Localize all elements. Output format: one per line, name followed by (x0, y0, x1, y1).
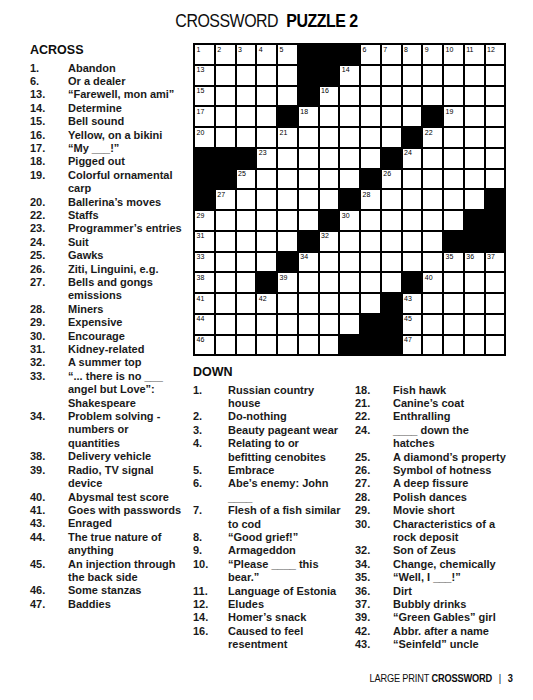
white-cell[interactable] (339, 272, 360, 293)
white-cell[interactable] (236, 272, 257, 293)
white-cell[interactable] (422, 335, 443, 356)
clue-text: Staffs (68, 209, 198, 222)
white-cell[interactable]: 18 (298, 106, 319, 127)
down-clue-29: 29.Movie short (355, 504, 521, 517)
white-cell[interactable] (215, 252, 236, 273)
across-clue-22: 22.Staffs (30, 209, 200, 222)
down-clue-35: 35.“Well, I ___!” (355, 571, 521, 584)
cell-number: 26 (383, 170, 391, 178)
white-cell[interactable] (298, 210, 319, 231)
white-cell[interactable] (339, 293, 360, 314)
white-cell[interactable] (422, 169, 443, 190)
white-cell[interactable] (319, 314, 340, 335)
white-cell[interactable] (422, 293, 443, 314)
cell-number: 2 (217, 46, 221, 54)
white-cell[interactable] (277, 65, 298, 86)
cell-number: 30 (342, 212, 350, 220)
white-cell[interactable] (236, 86, 257, 107)
clue-number: 16. (30, 129, 68, 142)
clue-text: Embrace (228, 464, 355, 477)
cell-number: 33 (197, 253, 205, 261)
down-section: DOWN 1.Russian country house2.Do-nothing… (193, 366, 523, 652)
white-cell[interactable] (443, 314, 464, 335)
white-cell[interactable] (402, 189, 423, 210)
down-clue-34: 34.Change, chemically (355, 558, 521, 571)
white-cell[interactable] (277, 314, 298, 335)
black-cell (339, 335, 360, 356)
white-cell[interactable]: 6 (360, 44, 381, 65)
clue-number: 25. (30, 249, 68, 262)
white-cell[interactable] (360, 148, 381, 169)
white-cell[interactable] (402, 65, 423, 86)
white-cell[interactable] (339, 106, 360, 127)
white-cell[interactable] (215, 231, 236, 252)
black-cell (443, 231, 464, 252)
across-clue-13: 13.“Farewell, mon ami” (30, 88, 200, 101)
white-cell[interactable] (381, 210, 402, 231)
white-cell[interactable]: 8 (402, 44, 423, 65)
down-clue-1: 1.Russian country house (193, 384, 355, 411)
white-cell[interactable] (236, 189, 257, 210)
white-cell[interactable]: 31 (194, 231, 215, 252)
clue-text: Determine (68, 102, 198, 115)
cell-number: 9 (425, 46, 429, 54)
white-cell[interactable]: 9 (422, 44, 443, 65)
clue-text: “Farewell, mon ami” (68, 88, 198, 101)
white-cell[interactable] (381, 231, 402, 252)
white-cell[interactable]: 45 (402, 314, 423, 335)
white-cell[interactable] (256, 252, 277, 273)
white-cell[interactable] (319, 335, 340, 356)
white-cell[interactable] (464, 335, 485, 356)
down-clue-21: 21.Canine’s coat (355, 397, 521, 410)
across-clue-24: 24.Suit (30, 236, 200, 249)
white-cell[interactable] (443, 335, 464, 356)
white-cell[interactable] (485, 65, 506, 86)
cell-number: 32 (321, 232, 329, 240)
white-cell[interactable] (443, 210, 464, 231)
white-cell[interactable] (464, 65, 485, 86)
white-cell[interactable]: 17 (194, 106, 215, 127)
white-cell[interactable] (215, 127, 236, 148)
white-cell[interactable] (422, 148, 443, 169)
down-clue-14: 14.Homer’s snack (193, 611, 355, 624)
white-cell[interactable] (422, 65, 443, 86)
white-cell[interactable]: 29 (194, 210, 215, 231)
clue-number: 36. (355, 585, 393, 598)
white-cell[interactable] (277, 86, 298, 107)
white-cell[interactable]: 24 (402, 148, 423, 169)
white-cell[interactable] (381, 252, 402, 273)
white-cell[interactable]: 34 (298, 252, 319, 273)
white-cell[interactable]: 44 (194, 314, 215, 335)
white-cell[interactable] (236, 314, 257, 335)
clue-number: 33. (30, 370, 68, 410)
white-cell[interactable] (236, 106, 257, 127)
white-cell[interactable] (319, 272, 340, 293)
down-clue-30: 30.Characteristics of a rock deposit (355, 518, 521, 545)
white-cell[interactable]: 39 (277, 272, 298, 293)
white-cell[interactable] (256, 231, 277, 252)
white-cell[interactable]: 11 (464, 44, 485, 65)
white-cell[interactable] (360, 293, 381, 314)
white-cell[interactable] (485, 106, 506, 127)
clue-number: 7. (193, 504, 228, 531)
cell-number: 39 (280, 274, 288, 282)
page-footer: LARGE PRINT CROSSWORD | 3 (370, 672, 513, 684)
white-cell[interactable] (236, 335, 257, 356)
white-cell[interactable] (256, 106, 277, 127)
white-cell[interactable] (236, 65, 257, 86)
black-cell (464, 210, 485, 231)
clue-number: 18. (355, 384, 393, 397)
white-cell[interactable] (339, 314, 360, 335)
cell-number: 35 (446, 253, 454, 261)
clue-number: 15. (30, 115, 68, 128)
clue-number: 2. (193, 410, 228, 423)
white-cell[interactable]: 4 (256, 44, 277, 65)
white-cell[interactable] (319, 189, 340, 210)
white-cell[interactable] (339, 252, 360, 273)
white-cell[interactable] (422, 252, 443, 273)
white-cell[interactable] (277, 189, 298, 210)
white-cell[interactable] (339, 127, 360, 148)
black-cell (277, 106, 298, 127)
white-cell[interactable] (360, 210, 381, 231)
across-header: ACROSS (30, 44, 200, 57)
across-section: ACROSS 1.Abandon6.Or a dealer13.“Farewel… (30, 44, 200, 611)
clue-text: Flesh of a fish similar to cod (228, 504, 355, 531)
white-cell[interactable]: 13 (194, 65, 215, 86)
black-cell (319, 210, 340, 231)
across-clue-1: 1.Abandon (30, 62, 200, 75)
clue-text: Abbr. after a name (393, 625, 519, 638)
clue-text: Gawks (68, 249, 198, 262)
clue-text: Pigged out (68, 155, 198, 168)
white-cell[interactable] (319, 169, 340, 190)
white-cell[interactable] (360, 272, 381, 293)
white-cell[interactable] (277, 231, 298, 252)
white-cell[interactable] (236, 127, 257, 148)
white-cell[interactable] (381, 272, 402, 293)
white-cell[interactable] (402, 106, 423, 127)
down-clue-9: 9.Armageddon (193, 544, 355, 557)
white-cell[interactable]: 35 (443, 252, 464, 273)
white-cell[interactable] (298, 272, 319, 293)
footer-title: CROSSWORD (432, 672, 493, 684)
white-cell[interactable] (485, 86, 506, 107)
white-cell[interactable] (381, 86, 402, 107)
white-cell[interactable]: 7 (381, 44, 402, 65)
white-cell[interactable] (381, 65, 402, 86)
black-cell (422, 106, 443, 127)
white-cell[interactable] (443, 86, 464, 107)
white-cell[interactable] (464, 127, 485, 148)
down-clue-list-left: 1.Russian country house2.Do-nothing3.Bea… (193, 384, 355, 652)
clue-text: Beauty pageant wear (228, 424, 355, 437)
white-cell[interactable] (485, 272, 506, 293)
white-cell[interactable] (443, 169, 464, 190)
white-cell[interactable] (319, 293, 340, 314)
down-clue-4: 4.Relating to or befitting cenobites (193, 437, 355, 464)
down-clue-28: 28.Polish dances (355, 491, 521, 504)
across-clue-26: 26.Ziti, Linguini, e.g. (30, 263, 200, 276)
white-cell[interactable]: 14 (339, 65, 360, 86)
white-cell[interactable] (215, 106, 236, 127)
white-cell[interactable] (402, 169, 423, 190)
white-cell[interactable] (402, 252, 423, 273)
white-cell[interactable] (319, 127, 340, 148)
footer-separator: | (499, 672, 501, 684)
white-cell[interactable] (319, 148, 340, 169)
white-cell[interactable]: 27 (215, 189, 236, 210)
clue-number: 13. (30, 88, 68, 101)
clue-number: 24. (355, 424, 393, 451)
white-cell[interactable] (402, 86, 423, 107)
white-cell[interactable] (298, 169, 319, 190)
white-cell[interactable] (360, 252, 381, 273)
white-cell[interactable] (443, 189, 464, 210)
white-cell[interactable]: 42 (256, 293, 277, 314)
white-cell[interactable] (215, 314, 236, 335)
white-cell[interactable]: 21 (277, 127, 298, 148)
white-cell[interactable] (485, 335, 506, 356)
white-cell[interactable]: 36 (464, 252, 485, 273)
white-cell[interactable] (298, 293, 319, 314)
white-cell[interactable]: 19 (443, 106, 464, 127)
white-cell[interactable] (464, 314, 485, 335)
white-cell[interactable]: 47 (402, 335, 423, 356)
white-cell[interactable]: 20 (194, 127, 215, 148)
white-cell[interactable] (215, 293, 236, 314)
clue-number: 41. (30, 504, 68, 517)
footer-series: LARGE PRINT (370, 672, 430, 684)
white-cell[interactable] (422, 86, 443, 107)
white-cell[interactable] (256, 169, 277, 190)
clue-text: Colorful ornamental carp (68, 169, 198, 196)
black-cell (319, 44, 340, 65)
white-cell[interactable] (402, 210, 423, 231)
clue-text: The true nature of anything (68, 531, 198, 558)
footer-page-number: 3 (508, 672, 513, 684)
cell-number: 44 (197, 315, 205, 323)
white-cell[interactable] (215, 65, 236, 86)
across-clue-38: 38.Delivery vehicle (30, 450, 200, 463)
white-cell[interactable]: 16 (319, 86, 340, 107)
cell-number: 43 (404, 295, 412, 303)
clue-number: 20. (30, 196, 68, 209)
clue-number: 30. (30, 330, 68, 343)
white-cell[interactable] (360, 65, 381, 86)
clue-text: Eludes (228, 598, 355, 611)
black-cell (194, 148, 215, 169)
white-cell[interactable]: 28 (360, 189, 381, 210)
white-cell[interactable]: 25 (236, 169, 257, 190)
white-cell[interactable] (485, 127, 506, 148)
white-cell[interactable] (464, 293, 485, 314)
white-cell[interactable]: 22 (422, 127, 443, 148)
white-cell[interactable] (339, 148, 360, 169)
black-cell (194, 189, 215, 210)
white-cell[interactable] (319, 252, 340, 273)
white-cell[interactable] (422, 210, 443, 231)
white-cell[interactable] (236, 231, 257, 252)
white-cell[interactable] (256, 210, 277, 231)
white-cell[interactable]: 15 (194, 86, 215, 107)
across-clue-20: 20.Ballerina’s moves (30, 196, 200, 209)
white-cell[interactable]: 43 (402, 293, 423, 314)
clue-text: ____ down the hatches (393, 424, 519, 451)
white-cell[interactable] (339, 86, 360, 107)
white-cell[interactable] (236, 252, 257, 273)
white-cell[interactable] (298, 127, 319, 148)
white-cell[interactable] (360, 127, 381, 148)
clue-text: Some stanzas (68, 584, 198, 597)
white-cell[interactable] (381, 106, 402, 127)
white-cell[interactable] (236, 210, 257, 231)
white-cell[interactable]: 26 (381, 169, 402, 190)
white-cell[interactable] (381, 127, 402, 148)
white-cell[interactable]: 3 (236, 44, 257, 65)
white-cell[interactable]: 46 (194, 335, 215, 356)
clue-text: Yellow, on a bikini (68, 129, 198, 142)
down-clue-42: 42.Abbr. after a name (355, 625, 521, 638)
black-cell (236, 148, 257, 169)
white-cell[interactable] (422, 189, 443, 210)
black-cell (360, 169, 381, 190)
white-cell[interactable] (339, 231, 360, 252)
cell-number: 7 (383, 46, 387, 54)
white-cell[interactable] (464, 272, 485, 293)
white-cell[interactable] (256, 314, 277, 335)
clue-text: Canine’s coat (393, 397, 519, 410)
clue-number: 37. (355, 598, 393, 611)
white-cell[interactable] (360, 106, 381, 127)
white-cell[interactable] (215, 210, 236, 231)
white-cell[interactable]: 38 (194, 272, 215, 293)
across-clue-29: 29.Expensive (30, 316, 200, 329)
clue-text: Change, chemically (393, 558, 519, 571)
white-cell[interactable]: 37 (485, 252, 506, 273)
clue-text: Encourage (68, 330, 198, 343)
cell-number: 1 (197, 46, 201, 54)
white-cell[interactable] (298, 148, 319, 169)
black-cell (402, 127, 423, 148)
white-cell[interactable]: 12 (485, 44, 506, 65)
white-cell[interactable] (256, 86, 277, 107)
white-cell[interactable] (256, 127, 277, 148)
white-cell[interactable]: 40 (422, 272, 443, 293)
white-cell[interactable]: 5 (277, 44, 298, 65)
across-clue-14: 14.Determine (30, 102, 200, 115)
white-cell[interactable] (256, 65, 277, 86)
white-cell[interactable] (256, 189, 277, 210)
clue-text: Fish hawk (393, 384, 519, 397)
white-cell[interactable] (277, 210, 298, 231)
white-cell[interactable] (485, 314, 506, 335)
white-cell[interactable] (256, 335, 277, 356)
white-cell[interactable] (298, 335, 319, 356)
clue-text: Symbol of hotness (393, 464, 519, 477)
white-cell[interactable]: 23 (256, 148, 277, 169)
white-cell[interactable] (277, 148, 298, 169)
cell-number: 14 (342, 66, 350, 74)
white-cell[interactable] (319, 106, 340, 127)
white-cell[interactable] (277, 335, 298, 356)
white-cell[interactable] (215, 335, 236, 356)
down-clue-18: 18.Fish hawk (355, 384, 521, 397)
clue-number: 39. (30, 464, 68, 491)
white-cell[interactable] (402, 231, 423, 252)
white-cell[interactable] (443, 293, 464, 314)
across-clue-30: 30.Encourage (30, 330, 200, 343)
white-cell[interactable] (443, 148, 464, 169)
clue-number: 23. (30, 222, 68, 235)
clue-number: 27. (30, 276, 68, 303)
black-cell (319, 65, 340, 86)
white-cell[interactable] (360, 231, 381, 252)
white-cell[interactable] (277, 169, 298, 190)
white-cell[interactable]: 30 (339, 210, 360, 231)
white-cell[interactable]: 33 (194, 252, 215, 273)
down-clue-25: 25.A diamond’s property (355, 451, 521, 464)
down-clue-3: 3.Beauty pageant wear (193, 424, 355, 437)
white-cell[interactable] (485, 148, 506, 169)
white-cell[interactable] (360, 86, 381, 107)
clue-number: 25. (355, 451, 393, 464)
white-cell[interactable]: 10 (443, 44, 464, 65)
white-cell[interactable] (485, 169, 506, 190)
cell-number: 41 (197, 295, 205, 303)
black-cell (360, 335, 381, 356)
white-cell[interactable] (298, 314, 319, 335)
white-cell[interactable] (236, 293, 257, 314)
down-columns: 1.Russian country house2.Do-nothing3.Bea… (193, 384, 523, 652)
white-cell[interactable] (464, 148, 485, 169)
white-cell[interactable]: 32 (319, 231, 340, 252)
white-cell[interactable] (339, 169, 360, 190)
white-cell[interactable] (443, 272, 464, 293)
clue-number: 6. (30, 75, 68, 88)
white-cell[interactable] (381, 189, 402, 210)
white-cell[interactable] (464, 86, 485, 107)
black-cell (360, 314, 381, 335)
white-cell[interactable]: 1 (194, 44, 215, 65)
cell-number: 13 (197, 66, 205, 74)
white-cell[interactable] (422, 231, 443, 252)
white-cell[interactable] (485, 293, 506, 314)
white-cell[interactable] (464, 169, 485, 190)
white-cell[interactable] (277, 293, 298, 314)
black-cell (402, 272, 423, 293)
white-cell[interactable] (464, 189, 485, 210)
white-cell[interactable] (443, 127, 464, 148)
white-cell[interactable]: 2 (215, 44, 236, 65)
clue-text: “Well, I ___!” (393, 571, 519, 584)
across-clue-23: 23.Programmer’s entries (30, 222, 200, 235)
across-clue-41: 41.Goes with passwords (30, 504, 200, 517)
cell-number: 21 (280, 129, 288, 137)
white-cell[interactable] (215, 272, 236, 293)
clue-text: Problem solving - numbers or quantities (68, 410, 198, 450)
down-header: DOWN (193, 366, 523, 379)
white-cell[interactable] (464, 106, 485, 127)
white-cell[interactable]: 41 (194, 293, 215, 314)
white-cell[interactable] (422, 314, 443, 335)
white-cell[interactable] (298, 189, 319, 210)
white-cell[interactable] (443, 65, 464, 86)
white-cell[interactable] (215, 86, 236, 107)
